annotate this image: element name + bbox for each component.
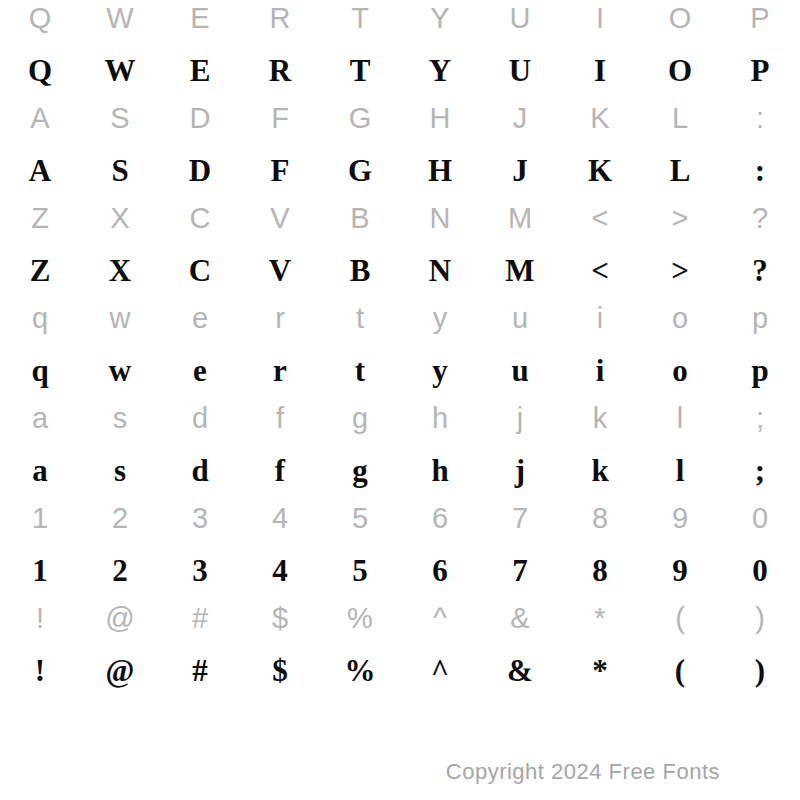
char-cell: g xyxy=(352,455,368,486)
char-cell: M xyxy=(508,204,532,233)
char-cell: B xyxy=(350,255,371,286)
char-cell: G xyxy=(349,104,372,133)
char-cell: 0 xyxy=(752,504,768,533)
char-cell: ; xyxy=(755,455,765,486)
char-cell: Y xyxy=(429,55,451,86)
char-cell: Z xyxy=(31,204,49,233)
char-cell: P xyxy=(750,4,769,33)
char-cell: ; xyxy=(756,404,764,433)
char-cell: t xyxy=(355,355,365,386)
char-cell: y xyxy=(433,304,448,333)
charmap-row-specimen-1: ASDFGHJKL: xyxy=(0,150,800,190)
charmap-row-specimen-0: QWERTYUIOP xyxy=(0,50,800,90)
char-cell: U xyxy=(509,55,531,86)
char-cell: p xyxy=(752,304,768,333)
char-cell: a xyxy=(32,404,48,433)
char-cell: % xyxy=(345,655,376,686)
char-cell: E xyxy=(190,55,211,86)
char-cell: e xyxy=(193,355,207,386)
charmap-row-specimen-6: !@#$%^&*() xyxy=(0,650,800,690)
char-cell: W xyxy=(105,55,136,86)
char-cell: r xyxy=(273,355,287,386)
char-cell: @ xyxy=(105,604,134,633)
char-cell: # xyxy=(192,604,208,633)
char-cell: U xyxy=(510,4,531,33)
char-cell: o xyxy=(672,304,688,333)
char-cell: 8 xyxy=(592,555,608,586)
char-cell: > xyxy=(671,255,689,286)
char-cell: 4 xyxy=(272,555,288,586)
char-cell: A xyxy=(29,155,51,186)
char-cell: o xyxy=(672,355,688,386)
char-cell: g xyxy=(352,404,368,433)
charmap-row-specimen-3: qwertyuiop xyxy=(0,350,800,390)
char-cell: R xyxy=(270,4,291,33)
char-cell: 0 xyxy=(752,555,768,586)
char-cell: ? xyxy=(752,255,768,286)
char-cell: D xyxy=(189,155,211,186)
char-cell: k xyxy=(593,404,608,433)
char-cell: 7 xyxy=(512,555,528,586)
charmap-row-placeholder-2: ZXCVBNM<>? xyxy=(0,200,800,236)
char-cell: * xyxy=(594,604,605,633)
char-cell: C xyxy=(189,255,211,286)
char-cell: H xyxy=(428,155,452,186)
char-cell: ! xyxy=(35,655,45,686)
char-cell: V xyxy=(269,255,291,286)
char-cell: w xyxy=(110,304,131,333)
char-cell: 6 xyxy=(432,504,448,533)
char-cell: % xyxy=(347,604,373,633)
char-cell: @ xyxy=(106,655,135,686)
charmap-row-placeholder-3: qwertyuiop xyxy=(0,300,800,336)
char-cell: e xyxy=(192,304,208,333)
char-cell: f xyxy=(275,455,285,486)
char-cell: L xyxy=(670,155,691,186)
char-cell: d xyxy=(191,455,208,486)
charmap-row-placeholder-5: 1234567890 xyxy=(0,500,800,536)
char-cell: 3 xyxy=(192,504,208,533)
char-cell: Q xyxy=(28,55,52,86)
char-cell: B xyxy=(350,204,369,233)
char-cell: : xyxy=(756,104,764,133)
char-cell: O xyxy=(669,4,692,33)
char-cell: 3 xyxy=(192,555,208,586)
char-cell: J xyxy=(512,155,528,186)
char-cell: & xyxy=(507,655,533,686)
char-cell: O xyxy=(668,55,692,86)
char-cell: S xyxy=(111,155,128,186)
charmap-row-specimen-5: 1234567890 xyxy=(0,550,800,590)
char-cell: I xyxy=(596,4,604,33)
char-cell: M xyxy=(505,255,534,286)
char-cell: Y xyxy=(430,4,449,33)
char-cell: 9 xyxy=(672,504,688,533)
charmap-row-specimen-4: asdfghjkl; xyxy=(0,450,800,490)
char-cell: i xyxy=(597,304,603,333)
char-cell: p xyxy=(751,355,768,386)
char-cell: K xyxy=(588,155,612,186)
char-cell: ! xyxy=(36,604,44,633)
char-cell: X xyxy=(110,204,129,233)
charmap-row-placeholder-4: asdfghjkl; xyxy=(0,400,800,436)
char-cell: s xyxy=(113,404,128,433)
char-cell: ^ xyxy=(431,655,449,686)
char-cell: G xyxy=(348,155,372,186)
charmap-row-placeholder-0: QWERTYUIOP xyxy=(0,0,800,36)
char-cell: N xyxy=(429,255,451,286)
char-cell: P xyxy=(751,55,770,86)
font-preview-page: { "game": "font-specimen-character-map",… xyxy=(0,0,800,800)
char-cell: A xyxy=(30,104,49,133)
char-cell: 4 xyxy=(272,504,288,533)
char-cell: j xyxy=(517,404,523,433)
char-cell: 2 xyxy=(112,504,128,533)
char-cell: N xyxy=(430,204,451,233)
char-cell: R xyxy=(269,55,291,86)
char-cell: $ xyxy=(272,604,288,633)
char-cell: j xyxy=(515,455,525,486)
char-cell: & xyxy=(510,604,529,633)
char-cell: Z xyxy=(30,255,51,286)
char-cell: I xyxy=(594,55,606,86)
char-cell: y xyxy=(432,355,448,386)
char-cell: ^ xyxy=(433,604,447,633)
char-cell: 6 xyxy=(432,555,448,586)
char-cell: F xyxy=(271,104,289,133)
char-cell: # xyxy=(192,655,208,686)
char-cell: 1 xyxy=(32,504,48,533)
char-cell: a xyxy=(32,455,48,486)
character-map-grid: QWERTYUIOPQWERTYUIOPASDFGHJKL:ASDFGHJKL:… xyxy=(0,0,800,800)
char-cell: 9 xyxy=(672,555,688,586)
char-cell: f xyxy=(276,404,284,433)
char-cell: 2 xyxy=(112,555,128,586)
char-cell: h xyxy=(431,455,448,486)
char-cell: 1 xyxy=(32,555,48,586)
char-cell: F xyxy=(271,155,290,186)
charmap-row-placeholder-1: ASDFGHJKL: xyxy=(0,100,800,136)
char-cell: i xyxy=(596,355,605,386)
char-cell: Q xyxy=(29,4,52,33)
char-cell: S xyxy=(110,104,129,133)
char-cell: $ xyxy=(272,655,288,686)
char-cell: D xyxy=(190,104,211,133)
char-cell: < xyxy=(592,204,609,233)
charmap-row-specimen-2: ZXCVBNM<>? xyxy=(0,250,800,290)
char-cell: ) xyxy=(755,655,765,686)
char-cell: 7 xyxy=(512,504,528,533)
char-cell: h xyxy=(432,404,448,433)
char-cell: L xyxy=(672,104,688,133)
char-cell: J xyxy=(513,104,528,133)
char-cell: q xyxy=(32,304,48,333)
copyright-text: Copyright 2024 Free Fonts xyxy=(446,759,720,785)
char-cell: q xyxy=(31,355,48,386)
char-cell: ( xyxy=(675,655,685,686)
char-cell: u xyxy=(511,355,528,386)
char-cell: W xyxy=(106,4,133,33)
char-cell: < xyxy=(591,255,609,286)
char-cell: l xyxy=(676,455,685,486)
char-cell: E xyxy=(190,4,209,33)
char-cell: 5 xyxy=(352,504,368,533)
charmap-row-placeholder-6: !@#$%^&*() xyxy=(0,600,800,636)
char-cell: K xyxy=(590,104,609,133)
char-cell: k xyxy=(591,455,608,486)
char-cell: w xyxy=(109,355,131,386)
char-cell: : xyxy=(755,155,765,186)
char-cell: X xyxy=(109,255,131,286)
char-cell: s xyxy=(114,455,126,486)
char-cell: u xyxy=(512,304,528,333)
char-cell: T xyxy=(351,4,369,33)
char-cell: ) xyxy=(755,604,765,633)
char-cell: V xyxy=(270,204,289,233)
char-cell: r xyxy=(275,304,285,333)
char-cell: H xyxy=(430,104,451,133)
char-cell: * xyxy=(592,655,608,686)
char-cell: ? xyxy=(752,204,768,233)
char-cell: t xyxy=(356,304,364,333)
char-cell: C xyxy=(190,204,211,233)
char-cell: 5 xyxy=(352,555,368,586)
char-cell: T xyxy=(350,55,371,86)
char-cell: l xyxy=(677,404,683,433)
char-cell: 8 xyxy=(592,504,608,533)
char-cell: > xyxy=(672,204,689,233)
char-cell: d xyxy=(192,404,208,433)
char-cell: ( xyxy=(675,604,685,633)
